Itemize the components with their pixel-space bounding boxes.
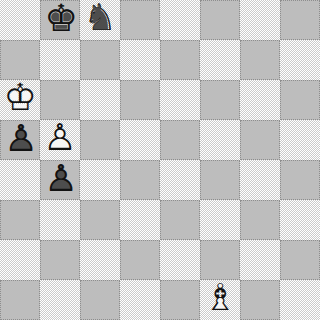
square-d4[interactable] [120,160,160,200]
square-a4[interactable] [0,160,40,200]
square-b5[interactable]: ♟♙ [40,120,80,160]
square-e5[interactable] [160,120,200,160]
square-d7[interactable] [120,40,160,80]
square-c4[interactable] [80,160,120,200]
white-bishop-outline: ♗ [200,278,240,318]
square-f4[interactable] [200,160,240,200]
square-b6[interactable] [40,80,80,120]
square-h1[interactable] [280,280,320,320]
black-pawn[interactable]: ♟♙ [41,161,81,201]
white-bishop[interactable]: ♝♗ [200,280,240,320]
black-pawn-outline: ♙ [1,119,41,159]
square-d6[interactable] [120,80,160,120]
square-c8[interactable]: ♞♘ [80,0,120,40]
square-a6[interactable]: ♚♔ [0,80,40,120]
square-g5[interactable] [240,120,280,160]
square-b2[interactable] [40,240,80,280]
square-d3[interactable] [120,200,160,240]
square-f5[interactable] [200,120,240,160]
black-pawn[interactable]: ♟♙ [1,121,41,161]
square-b1[interactable] [40,280,80,320]
square-g7[interactable] [240,40,280,80]
square-e2[interactable] [160,240,200,280]
square-b3[interactable] [40,200,80,240]
white-king-outline: ♔ [0,78,40,118]
square-a1[interactable] [0,280,40,320]
square-f7[interactable] [200,40,240,80]
square-h5[interactable] [280,120,320,160]
square-c1[interactable] [80,280,120,320]
square-e4[interactable] [160,160,200,200]
square-c7[interactable] [80,40,120,80]
square-a5[interactable]: ♟♙ [0,120,40,160]
square-a3[interactable] [0,200,40,240]
black-pawn-outline: ♙ [41,159,81,199]
black-king-outline: ♔ [41,0,81,39]
black-knight[interactable]: ♞♘ [80,0,120,40]
square-a8[interactable] [0,0,40,40]
square-h4[interactable] [280,160,320,200]
square-f3[interactable] [200,200,240,240]
square-g1[interactable] [240,280,280,320]
square-f2[interactable] [200,240,240,280]
square-e1[interactable] [160,280,200,320]
square-e3[interactable] [160,200,200,240]
square-a7[interactable] [0,40,40,80]
square-h2[interactable] [280,240,320,280]
square-h7[interactable] [280,40,320,80]
square-d5[interactable] [120,120,160,160]
chess-board: ♚♔♞♘♚♔♟♙♟♙♟♙♝♗ [0,0,320,320]
square-d8[interactable] [120,0,160,40]
black-knight-outline: ♘ [80,0,120,38]
square-b8[interactable]: ♚♔ [40,0,80,40]
square-h3[interactable] [280,200,320,240]
square-h8[interactable] [280,0,320,40]
white-pawn[interactable]: ♟♙ [40,120,80,160]
white-pawn-outline: ♙ [40,118,80,158]
square-e6[interactable] [160,80,200,120]
square-g4[interactable] [240,160,280,200]
black-king[interactable]: ♚♔ [41,1,81,41]
square-d1[interactable] [120,280,160,320]
square-g3[interactable] [240,200,280,240]
square-e7[interactable] [160,40,200,80]
square-g2[interactable] [240,240,280,280]
square-f1[interactable]: ♝♗ [200,280,240,320]
square-d2[interactable] [120,240,160,280]
square-h6[interactable] [280,80,320,120]
white-king[interactable]: ♚♔ [0,80,40,120]
square-a2[interactable] [0,240,40,280]
square-c3[interactable] [80,200,120,240]
square-b7[interactable] [40,40,80,80]
square-f8[interactable] [200,0,240,40]
square-c6[interactable] [80,80,120,120]
square-e8[interactable] [160,0,200,40]
square-c5[interactable] [80,120,120,160]
square-g6[interactable] [240,80,280,120]
square-f6[interactable] [200,80,240,120]
square-c2[interactable] [80,240,120,280]
square-b4[interactable]: ♟♙ [40,160,80,200]
square-g8[interactable] [240,0,280,40]
